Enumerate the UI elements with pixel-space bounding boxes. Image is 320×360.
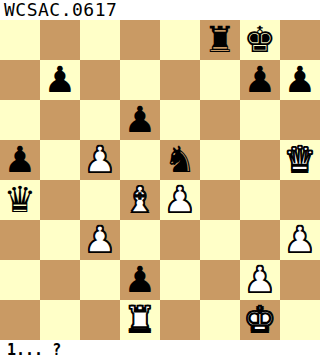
square-f3[interactable] (200, 220, 240, 260)
piece-white-pawn: ♟ (164, 180, 196, 220)
square-d6[interactable]: ♟ (120, 100, 160, 140)
square-g6[interactable] (240, 100, 280, 140)
square-e1[interactable] (160, 300, 200, 340)
square-a4[interactable]: ♛ (0, 180, 40, 220)
square-f6[interactable] (200, 100, 240, 140)
square-h4[interactable] (280, 180, 320, 220)
square-e2[interactable] (160, 260, 200, 300)
square-f1[interactable] (200, 300, 240, 340)
square-d8[interactable] (120, 20, 160, 60)
square-h7[interactable]: ♟ (280, 60, 320, 100)
piece-white-pawn: ♟ (84, 220, 116, 260)
square-b5[interactable] (40, 140, 80, 180)
piece-white-rook: ♜ (124, 300, 156, 340)
piece-black-pawn: ♟ (44, 60, 76, 100)
square-b4[interactable] (40, 180, 80, 220)
square-b6[interactable] (40, 100, 80, 140)
square-a6[interactable] (0, 100, 40, 140)
square-c5[interactable]: ♟ (80, 140, 120, 180)
square-f4[interactable] (200, 180, 240, 220)
piece-white-bishop: ♝ (124, 180, 156, 220)
piece-black-rook: ♜ (204, 20, 236, 60)
square-d5[interactable] (120, 140, 160, 180)
square-c7[interactable] (80, 60, 120, 100)
square-g8[interactable]: ♚ (240, 20, 280, 60)
square-f2[interactable] (200, 260, 240, 300)
square-c6[interactable] (80, 100, 120, 140)
square-e8[interactable] (160, 20, 200, 60)
square-d1[interactable]: ♜ (120, 300, 160, 340)
square-f5[interactable] (200, 140, 240, 180)
square-e7[interactable] (160, 60, 200, 100)
piece-black-king: ♚ (244, 20, 276, 60)
square-c4[interactable] (80, 180, 120, 220)
piece-black-pawn: ♟ (124, 100, 156, 140)
square-b7[interactable]: ♟ (40, 60, 80, 100)
piece-black-pawn: ♟ (4, 140, 36, 180)
square-a2[interactable] (0, 260, 40, 300)
square-b3[interactable] (40, 220, 80, 260)
square-h3[interactable]: ♟ (280, 220, 320, 260)
square-c3[interactable]: ♟ (80, 220, 120, 260)
chess-board: ♜♚♟♟♟♟♟♟♞♛♛♝♟♟♟♟♟♜♚ (0, 20, 320, 340)
square-h2[interactable] (280, 260, 320, 300)
square-g3[interactable] (240, 220, 280, 260)
square-c8[interactable] (80, 20, 120, 60)
square-b1[interactable] (40, 300, 80, 340)
piece-black-queen: ♛ (4, 180, 36, 220)
square-h8[interactable] (280, 20, 320, 60)
square-e5[interactable]: ♞ (160, 140, 200, 180)
square-a3[interactable] (0, 220, 40, 260)
piece-white-pawn: ♟ (284, 220, 316, 260)
piece-white-queen: ♛ (284, 140, 316, 180)
chess-puzzle-app: WCSAC.0617 ♜♚♟♟♟♟♟♟♞♛♛♝♟♟♟♟♟♜♚ 1... ? (0, 0, 320, 360)
square-h6[interactable] (280, 100, 320, 140)
piece-black-knight: ♞ (164, 140, 196, 180)
square-g1[interactable]: ♚ (240, 300, 280, 340)
square-c2[interactable] (80, 260, 120, 300)
square-g5[interactable] (240, 140, 280, 180)
move-prompt: 1... ? (0, 340, 320, 360)
piece-white-pawn: ♟ (244, 260, 276, 300)
piece-white-pawn: ♟ (84, 140, 116, 180)
square-f8[interactable]: ♜ (200, 20, 240, 60)
square-e6[interactable] (160, 100, 200, 140)
square-c1[interactable] (80, 300, 120, 340)
square-a7[interactable] (0, 60, 40, 100)
square-f7[interactable] (200, 60, 240, 100)
square-g7[interactable]: ♟ (240, 60, 280, 100)
piece-black-pawn: ♟ (124, 260, 156, 300)
square-d7[interactable] (120, 60, 160, 100)
square-b8[interactable] (40, 20, 80, 60)
piece-black-pawn: ♟ (284, 60, 316, 100)
square-a1[interactable] (0, 300, 40, 340)
square-a5[interactable]: ♟ (0, 140, 40, 180)
square-d4[interactable]: ♝ (120, 180, 160, 220)
square-h5[interactable]: ♛ (280, 140, 320, 180)
square-d3[interactable] (120, 220, 160, 260)
square-b2[interactable] (40, 260, 80, 300)
piece-black-pawn: ♟ (244, 60, 276, 100)
square-g4[interactable] (240, 180, 280, 220)
square-a8[interactable] (0, 20, 40, 60)
piece-white-king: ♚ (244, 300, 276, 340)
square-e4[interactable]: ♟ (160, 180, 200, 220)
square-d2[interactable]: ♟ (120, 260, 160, 300)
square-e3[interactable] (160, 220, 200, 260)
square-h1[interactable] (280, 300, 320, 340)
puzzle-id: WCSAC.0617 (0, 0, 320, 20)
square-g2[interactable]: ♟ (240, 260, 280, 300)
